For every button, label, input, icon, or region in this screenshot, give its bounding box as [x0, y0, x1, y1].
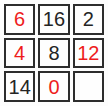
puzzle-grid: 6 16 2 4 8 12 14 0 — [0, 0, 108, 106]
grid-cell-r1c1[interactable]: 6 — [4, 4, 35, 35]
grid-cell-r3c1[interactable]: 14 — [4, 71, 35, 102]
grid-cell-r2c3[interactable]: 12 — [73, 38, 104, 69]
grid-cell-r1c2[interactable]: 16 — [38, 4, 69, 35]
grid-cell-r1c3[interactable]: 2 — [73, 4, 104, 35]
grid-cell-r2c1[interactable]: 4 — [4, 38, 35, 69]
grid-cell-r2c2[interactable]: 8 — [38, 38, 69, 69]
grid-cell-r3c2[interactable]: 0 — [38, 71, 69, 102]
grid-cell-r3c3-empty[interactable] — [73, 71, 104, 102]
